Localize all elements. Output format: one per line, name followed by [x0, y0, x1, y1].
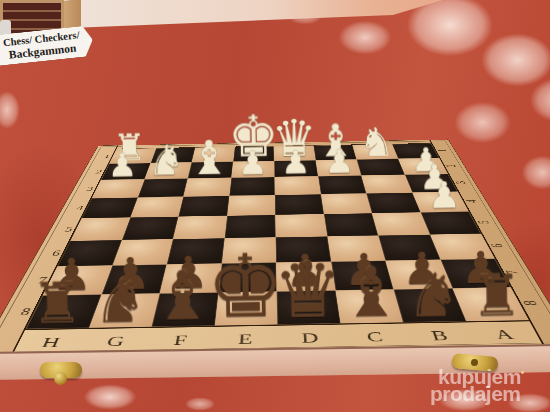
brass-hinge — [40, 362, 82, 378]
piece-brown-knight: ♞ — [93, 274, 148, 326]
piece-white-pawn: ♟ — [281, 148, 311, 176]
chessboard: 12345678 12345678 ♜♚♛♝♞♟♞♝♟♟♟♟♟♟♟♟♟♟♟♟♟♜… — [0, 0, 550, 357]
watermark: kupujem• prodajem — [430, 368, 524, 402]
square-e4[interactable] — [227, 195, 275, 216]
square-d3[interactable] — [274, 176, 320, 195]
piece-white-pawn: ♟ — [238, 149, 268, 177]
watermark-line2: prodajem — [430, 385, 524, 402]
square-e8[interactable]: ♚ — [214, 291, 277, 325]
piece-white-bishop: ♝ — [188, 137, 231, 178]
square-b3[interactable] — [361, 175, 412, 194]
square-b1[interactable]: ♞ — [353, 144, 398, 159]
square-b4[interactable] — [366, 193, 420, 214]
piece-brown-knight: ♞ — [406, 269, 461, 321]
square-g2[interactable]: ♞ — [144, 162, 191, 179]
square-e2[interactable]: ♟ — [231, 161, 274, 178]
square-b8[interactable]: ♞ — [394, 288, 466, 322]
square-f4[interactable] — [178, 196, 229, 217]
piece-white-pawn: ♟ — [324, 147, 354, 175]
rank-label-left-2: 2 — [79, 164, 109, 181]
square-g3[interactable] — [138, 179, 188, 198]
watermark-dot: • — [521, 367, 525, 378]
piece-brown-bishop: ♝ — [340, 264, 402, 323]
square-d2[interactable]: ♟ — [274, 160, 318, 177]
square-c5[interactable] — [324, 213, 379, 236]
board-plane: 12345678 12345678 ♜♚♛♝♞♟♞♝♟♟♟♟♟♟♟♟♟♟♟♟♟♜… — [0, 139, 550, 357]
piece-brown-king: ♚ — [206, 250, 285, 325]
square-g4[interactable] — [130, 197, 183, 218]
piece-brown-bishop: ♝ — [152, 267, 214, 326]
square-g5[interactable] — [122, 217, 179, 240]
square-c4[interactable] — [321, 193, 372, 214]
square-f5[interactable] — [173, 216, 227, 239]
square-c2[interactable]: ♟ — [315, 159, 361, 176]
square-b2[interactable] — [357, 159, 405, 176]
square-d4[interactable] — [275, 194, 324, 215]
piece-white-knight: ♞ — [147, 143, 185, 179]
square-c3[interactable] — [318, 176, 366, 195]
square-e5[interactable] — [224, 215, 275, 238]
square-c8[interactable]: ♝ — [335, 289, 403, 323]
square-f2[interactable]: ♝ — [188, 162, 233, 179]
square-h2[interactable]: ♟ — [101, 163, 150, 180]
piece-white-knight: ♞ — [359, 125, 395, 159]
square-g8[interactable]: ♞ — [89, 293, 160, 327]
scene: Chess/ Checkers/ Backgammon 12345678 123… — [0, 0, 550, 412]
square-d8[interactable]: ♛ — [277, 290, 341, 324]
square-f3[interactable] — [183, 178, 231, 197]
square-e3[interactable] — [229, 177, 275, 196]
square-d5[interactable] — [275, 214, 327, 237]
